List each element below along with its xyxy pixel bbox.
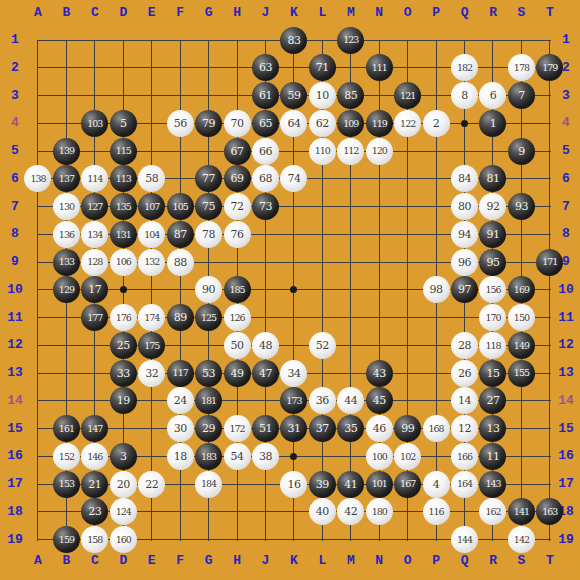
intersection-R15[interactable]: 13 <box>479 415 507 443</box>
intersection-A6[interactable]: 138 <box>24 165 52 193</box>
intersection-D7[interactable]: 135 <box>109 193 137 221</box>
intersection-B18[interactable] <box>52 498 80 526</box>
intersection-K2[interactable] <box>280 54 308 82</box>
intersection-B19[interactable]: 159 <box>52 526 80 554</box>
intersection-A14[interactable] <box>24 387 52 415</box>
intersection-K12[interactable] <box>280 331 308 359</box>
intersection-C1[interactable] <box>81 26 109 54</box>
intersection-Q13[interactable]: 26 <box>450 359 478 387</box>
intersection-G8[interactable]: 78 <box>194 220 222 248</box>
intersection-O6[interactable] <box>393 165 421 193</box>
intersection-M15[interactable]: 35 <box>337 415 365 443</box>
intersection-J1[interactable] <box>251 26 279 54</box>
intersection-O16[interactable]: 102 <box>393 442 421 470</box>
intersection-T8[interactable] <box>536 220 564 248</box>
intersection-O14[interactable] <box>393 387 421 415</box>
intersection-A7[interactable] <box>24 193 52 221</box>
intersection-Q3[interactable]: 8 <box>450 82 478 110</box>
intersection-D4[interactable]: 5 <box>109 109 137 137</box>
intersection-E3[interactable] <box>138 82 166 110</box>
intersection-L18[interactable]: 40 <box>308 498 336 526</box>
intersection-S5[interactable]: 9 <box>507 137 535 165</box>
intersection-R10[interactable]: 156 <box>479 276 507 304</box>
intersection-D13[interactable]: 33 <box>109 359 137 387</box>
intersection-D12[interactable]: 25 <box>109 331 137 359</box>
intersection-S13[interactable]: 155 <box>507 359 535 387</box>
intersection-G9[interactable] <box>194 248 222 276</box>
intersection-A1[interactable] <box>24 26 52 54</box>
intersection-F15[interactable]: 30 <box>166 415 194 443</box>
intersection-S17[interactable] <box>507 470 535 498</box>
intersection-Q10[interactable]: 97 <box>450 276 478 304</box>
intersection-N10[interactable] <box>365 276 393 304</box>
intersection-A8[interactable] <box>24 220 52 248</box>
intersection-A13[interactable] <box>24 359 52 387</box>
intersection-T2[interactable]: 179 <box>536 54 564 82</box>
intersection-L13[interactable] <box>308 359 336 387</box>
intersection-E19[interactable] <box>138 526 166 554</box>
intersection-M17[interactable]: 41 <box>337 470 365 498</box>
intersection-P8[interactable] <box>422 220 450 248</box>
intersection-H17[interactable] <box>223 470 251 498</box>
intersection-R5[interactable] <box>479 137 507 165</box>
intersection-J9[interactable] <box>251 248 279 276</box>
intersection-C7[interactable]: 127 <box>81 193 109 221</box>
intersection-M6[interactable] <box>337 165 365 193</box>
intersection-Q9[interactable]: 96 <box>450 248 478 276</box>
intersection-F9[interactable]: 88 <box>166 248 194 276</box>
intersection-D14[interactable]: 19 <box>109 387 137 415</box>
intersection-F14[interactable]: 24 <box>166 387 194 415</box>
intersection-B6[interactable]: 137 <box>52 165 80 193</box>
intersection-H6[interactable]: 69 <box>223 165 251 193</box>
intersection-L9[interactable] <box>308 248 336 276</box>
intersection-M11[interactable] <box>337 304 365 332</box>
intersection-G4[interactable]: 79 <box>194 109 222 137</box>
intersection-C18[interactable]: 23 <box>81 498 109 526</box>
intersection-T6[interactable] <box>536 165 564 193</box>
intersection-T11[interactable] <box>536 304 564 332</box>
intersection-F6[interactable] <box>166 165 194 193</box>
intersection-P14[interactable] <box>422 387 450 415</box>
intersection-G12[interactable] <box>194 331 222 359</box>
intersection-D2[interactable] <box>109 54 137 82</box>
intersection-N3[interactable] <box>365 82 393 110</box>
intersection-O5[interactable] <box>393 137 421 165</box>
intersection-S12[interactable]: 149 <box>507 331 535 359</box>
intersection-N6[interactable] <box>365 165 393 193</box>
intersection-A5[interactable] <box>24 137 52 165</box>
intersection-P11[interactable] <box>422 304 450 332</box>
intersection-B9[interactable]: 133 <box>52 248 80 276</box>
intersection-S14[interactable] <box>507 387 535 415</box>
intersection-N12[interactable] <box>365 331 393 359</box>
intersection-Q6[interactable]: 84 <box>450 165 478 193</box>
intersection-C4[interactable]: 103 <box>81 109 109 137</box>
intersection-L5[interactable]: 110 <box>308 137 336 165</box>
intersection-J15[interactable]: 51 <box>251 415 279 443</box>
intersection-B2[interactable] <box>52 54 80 82</box>
intersection-S9[interactable] <box>507 248 535 276</box>
intersection-Q1[interactable] <box>450 26 478 54</box>
intersection-D6[interactable]: 113 <box>109 165 137 193</box>
intersection-S4[interactable] <box>507 109 535 137</box>
intersection-F4[interactable]: 56 <box>166 109 194 137</box>
intersection-T3[interactable] <box>536 82 564 110</box>
intersection-N7[interactable] <box>365 193 393 221</box>
intersection-P17[interactable]: 4 <box>422 470 450 498</box>
intersection-S1[interactable] <box>507 26 535 54</box>
intersection-A4[interactable] <box>24 109 52 137</box>
intersection-K5[interactable] <box>280 137 308 165</box>
intersection-A17[interactable] <box>24 470 52 498</box>
intersection-S16[interactable] <box>507 442 535 470</box>
intersection-F2[interactable] <box>166 54 194 82</box>
intersection-Q15[interactable]: 12 <box>450 415 478 443</box>
intersection-H14[interactable] <box>223 387 251 415</box>
intersection-L7[interactable] <box>308 193 336 221</box>
intersection-R17[interactable]: 143 <box>479 470 507 498</box>
intersection-G19[interactable] <box>194 526 222 554</box>
intersection-P6[interactable] <box>422 165 450 193</box>
intersection-H5[interactable]: 67 <box>223 137 251 165</box>
intersection-P3[interactable] <box>422 82 450 110</box>
intersection-D11[interactable]: 176 <box>109 304 137 332</box>
intersection-J18[interactable] <box>251 498 279 526</box>
intersection-N15[interactable]: 46 <box>365 415 393 443</box>
intersection-N19[interactable] <box>365 526 393 554</box>
intersection-G17[interactable]: 184 <box>194 470 222 498</box>
intersection-F18[interactable] <box>166 498 194 526</box>
intersection-T12[interactable] <box>536 331 564 359</box>
intersection-M7[interactable] <box>337 193 365 221</box>
intersection-A16[interactable] <box>24 442 52 470</box>
intersection-J5[interactable]: 66 <box>251 137 279 165</box>
intersection-B17[interactable]: 153 <box>52 470 80 498</box>
intersection-M12[interactable] <box>337 331 365 359</box>
intersection-R3[interactable]: 6 <box>479 82 507 110</box>
intersection-D16[interactable]: 3 <box>109 442 137 470</box>
intersection-D3[interactable] <box>109 82 137 110</box>
intersection-G7[interactable]: 75 <box>194 193 222 221</box>
intersection-C11[interactable]: 177 <box>81 304 109 332</box>
intersection-A11[interactable] <box>24 304 52 332</box>
intersection-G11[interactable]: 125 <box>194 304 222 332</box>
intersection-C19[interactable]: 158 <box>81 526 109 554</box>
intersection-T7[interactable] <box>536 193 564 221</box>
intersection-K10[interactable] <box>280 276 308 304</box>
intersection-A19[interactable] <box>24 526 52 554</box>
intersection-J11[interactable] <box>251 304 279 332</box>
intersection-S15[interactable] <box>507 415 535 443</box>
intersection-P15[interactable]: 168 <box>422 415 450 443</box>
intersection-K6[interactable]: 74 <box>280 165 308 193</box>
intersection-D19[interactable]: 160 <box>109 526 137 554</box>
intersection-A9[interactable] <box>24 248 52 276</box>
intersection-H4[interactable]: 70 <box>223 109 251 137</box>
intersection-Q2[interactable]: 182 <box>450 54 478 82</box>
intersection-B15[interactable]: 161 <box>52 415 80 443</box>
intersection-K8[interactable] <box>280 220 308 248</box>
intersection-R11[interactable]: 170 <box>479 304 507 332</box>
intersection-O10[interactable] <box>393 276 421 304</box>
intersection-B7[interactable]: 130 <box>52 193 80 221</box>
intersection-S3[interactable]: 7 <box>507 82 535 110</box>
intersection-B5[interactable]: 139 <box>52 137 80 165</box>
intersection-P4[interactable]: 2 <box>422 109 450 137</box>
intersection-S10[interactable]: 169 <box>507 276 535 304</box>
intersection-H16[interactable]: 54 <box>223 442 251 470</box>
intersection-C8[interactable]: 134 <box>81 220 109 248</box>
intersection-M1[interactable]: 123 <box>337 26 365 54</box>
intersection-B14[interactable] <box>52 387 80 415</box>
intersection-B13[interactable] <box>52 359 80 387</box>
intersection-T17[interactable] <box>536 470 564 498</box>
intersection-S6[interactable] <box>507 165 535 193</box>
intersection-J2[interactable]: 63 <box>251 54 279 82</box>
intersection-H9[interactable] <box>223 248 251 276</box>
intersection-P9[interactable] <box>422 248 450 276</box>
intersection-H12[interactable]: 50 <box>223 331 251 359</box>
intersection-J8[interactable] <box>251 220 279 248</box>
intersection-C3[interactable] <box>81 82 109 110</box>
intersection-G16[interactable]: 183 <box>194 442 222 470</box>
intersection-F1[interactable] <box>166 26 194 54</box>
intersection-A10[interactable] <box>24 276 52 304</box>
intersection-G13[interactable]: 53 <box>194 359 222 387</box>
intersection-S8[interactable] <box>507 220 535 248</box>
intersection-B11[interactable] <box>52 304 80 332</box>
intersection-J7[interactable]: 73 <box>251 193 279 221</box>
intersection-B3[interactable] <box>52 82 80 110</box>
intersection-E4[interactable] <box>138 109 166 137</box>
intersection-O4[interactable]: 122 <box>393 109 421 137</box>
intersection-G3[interactable] <box>194 82 222 110</box>
intersection-M18[interactable]: 42 <box>337 498 365 526</box>
intersection-H1[interactable] <box>223 26 251 54</box>
intersection-R19[interactable] <box>479 526 507 554</box>
intersection-F19[interactable] <box>166 526 194 554</box>
intersection-C10[interactable]: 17 <box>81 276 109 304</box>
intersection-L3[interactable]: 10 <box>308 82 336 110</box>
intersection-D15[interactable] <box>109 415 137 443</box>
intersection-T10[interactable] <box>536 276 564 304</box>
intersection-E13[interactable]: 32 <box>138 359 166 387</box>
intersection-S7[interactable]: 93 <box>507 193 535 221</box>
intersection-J3[interactable]: 61 <box>251 82 279 110</box>
intersection-N17[interactable]: 101 <box>365 470 393 498</box>
intersection-E17[interactable]: 22 <box>138 470 166 498</box>
intersection-P10[interactable]: 98 <box>422 276 450 304</box>
intersection-K1[interactable]: 83 <box>280 26 308 54</box>
intersection-G5[interactable] <box>194 137 222 165</box>
intersection-G14[interactable]: 181 <box>194 387 222 415</box>
intersection-R8[interactable]: 91 <box>479 220 507 248</box>
intersection-T14[interactable] <box>536 387 564 415</box>
intersection-T16[interactable] <box>536 442 564 470</box>
intersection-F10[interactable] <box>166 276 194 304</box>
intersection-J17[interactable] <box>251 470 279 498</box>
intersection-O13[interactable] <box>393 359 421 387</box>
intersection-C13[interactable] <box>81 359 109 387</box>
intersection-Q7[interactable]: 80 <box>450 193 478 221</box>
intersection-H2[interactable] <box>223 54 251 82</box>
intersection-O18[interactable] <box>393 498 421 526</box>
intersection-D9[interactable]: 106 <box>109 248 137 276</box>
intersection-Q4[interactable] <box>450 109 478 137</box>
intersection-P19[interactable] <box>422 526 450 554</box>
intersection-G15[interactable]: 29 <box>194 415 222 443</box>
intersection-N9[interactable] <box>365 248 393 276</box>
intersection-E6[interactable]: 58 <box>138 165 166 193</box>
intersection-T5[interactable] <box>536 137 564 165</box>
intersection-C9[interactable]: 128 <box>81 248 109 276</box>
intersection-K16[interactable] <box>280 442 308 470</box>
intersection-R4[interactable]: 1 <box>479 109 507 137</box>
intersection-P12[interactable] <box>422 331 450 359</box>
intersection-N2[interactable]: 111 <box>365 54 393 82</box>
intersection-C14[interactable] <box>81 387 109 415</box>
intersection-R7[interactable]: 92 <box>479 193 507 221</box>
intersection-E9[interactable]: 132 <box>138 248 166 276</box>
intersection-P7[interactable] <box>422 193 450 221</box>
intersection-N4[interactable]: 119 <box>365 109 393 137</box>
intersection-A2[interactable] <box>24 54 52 82</box>
intersection-G10[interactable]: 90 <box>194 276 222 304</box>
intersection-R14[interactable]: 27 <box>479 387 507 415</box>
intersection-R12[interactable]: 118 <box>479 331 507 359</box>
intersection-M8[interactable] <box>337 220 365 248</box>
intersection-C15[interactable]: 147 <box>81 415 109 443</box>
intersection-F17[interactable] <box>166 470 194 498</box>
intersection-E8[interactable]: 104 <box>138 220 166 248</box>
intersection-M3[interactable]: 85 <box>337 82 365 110</box>
intersection-L6[interactable] <box>308 165 336 193</box>
intersection-D18[interactable]: 124 <box>109 498 137 526</box>
intersection-O12[interactable] <box>393 331 421 359</box>
intersection-O9[interactable] <box>393 248 421 276</box>
intersection-K17[interactable]: 16 <box>280 470 308 498</box>
intersection-G2[interactable] <box>194 54 222 82</box>
intersection-B1[interactable] <box>52 26 80 54</box>
intersection-N11[interactable] <box>365 304 393 332</box>
intersection-K7[interactable] <box>280 193 308 221</box>
intersection-B4[interactable] <box>52 109 80 137</box>
intersection-R16[interactable]: 11 <box>479 442 507 470</box>
intersection-J10[interactable] <box>251 276 279 304</box>
intersection-K19[interactable] <box>280 526 308 554</box>
intersection-E7[interactable]: 107 <box>138 193 166 221</box>
intersection-C16[interactable]: 146 <box>81 442 109 470</box>
intersection-C2[interactable] <box>81 54 109 82</box>
intersection-S2[interactable]: 178 <box>507 54 535 82</box>
intersection-O15[interactable]: 99 <box>393 415 421 443</box>
intersection-M2[interactable] <box>337 54 365 82</box>
intersection-E16[interactable] <box>138 442 166 470</box>
intersection-D8[interactable]: 131 <box>109 220 137 248</box>
intersection-G6[interactable]: 77 <box>194 165 222 193</box>
intersection-K9[interactable] <box>280 248 308 276</box>
intersection-F12[interactable] <box>166 331 194 359</box>
intersection-J12[interactable]: 48 <box>251 331 279 359</box>
intersection-H18[interactable] <box>223 498 251 526</box>
intersection-E11[interactable]: 174 <box>138 304 166 332</box>
intersection-L15[interactable]: 37 <box>308 415 336 443</box>
intersection-B12[interactable] <box>52 331 80 359</box>
intersection-P13[interactable] <box>422 359 450 387</box>
intersection-E1[interactable] <box>138 26 166 54</box>
intersection-H7[interactable]: 72 <box>223 193 251 221</box>
intersection-P16[interactable] <box>422 442 450 470</box>
intersection-T1[interactable] <box>536 26 564 54</box>
intersection-R6[interactable]: 81 <box>479 165 507 193</box>
intersection-M5[interactable]: 112 <box>337 137 365 165</box>
intersection-E18[interactable] <box>138 498 166 526</box>
intersection-L17[interactable]: 39 <box>308 470 336 498</box>
intersection-H15[interactable]: 172 <box>223 415 251 443</box>
intersection-T9[interactable]: 171 <box>536 248 564 276</box>
intersection-G1[interactable] <box>194 26 222 54</box>
intersection-D17[interactable]: 20 <box>109 470 137 498</box>
intersection-M16[interactable] <box>337 442 365 470</box>
intersection-J14[interactable] <box>251 387 279 415</box>
intersection-M9[interactable] <box>337 248 365 276</box>
intersection-P5[interactable] <box>422 137 450 165</box>
intersection-Q12[interactable]: 28 <box>450 331 478 359</box>
intersection-K18[interactable] <box>280 498 308 526</box>
intersection-A18[interactable] <box>24 498 52 526</box>
intersection-N16[interactable]: 100 <box>365 442 393 470</box>
intersection-T18[interactable]: 163 <box>536 498 564 526</box>
intersection-O11[interactable] <box>393 304 421 332</box>
intersection-N8[interactable] <box>365 220 393 248</box>
intersection-D1[interactable] <box>109 26 137 54</box>
intersection-T15[interactable] <box>536 415 564 443</box>
intersection-N1[interactable] <box>365 26 393 54</box>
intersection-D5[interactable]: 115 <box>109 137 137 165</box>
intersection-D10[interactable] <box>109 276 137 304</box>
intersection-L11[interactable] <box>308 304 336 332</box>
intersection-M14[interactable]: 44 <box>337 387 365 415</box>
intersection-H19[interactable] <box>223 526 251 554</box>
intersection-F13[interactable]: 117 <box>166 359 194 387</box>
intersection-K11[interactable] <box>280 304 308 332</box>
intersection-E5[interactable] <box>138 137 166 165</box>
intersection-J4[interactable]: 65 <box>251 109 279 137</box>
intersection-O19[interactable] <box>393 526 421 554</box>
intersection-C17[interactable]: 21 <box>81 470 109 498</box>
intersection-K3[interactable]: 59 <box>280 82 308 110</box>
intersection-M19[interactable] <box>337 526 365 554</box>
intersection-L14[interactable]: 36 <box>308 387 336 415</box>
intersection-J19[interactable] <box>251 526 279 554</box>
intersection-H8[interactable]: 76 <box>223 220 251 248</box>
intersection-A3[interactable] <box>24 82 52 110</box>
intersection-O1[interactable] <box>393 26 421 54</box>
intersection-F7[interactable]: 105 <box>166 193 194 221</box>
intersection-L1[interactable] <box>308 26 336 54</box>
intersection-Q18[interactable] <box>450 498 478 526</box>
intersection-F11[interactable]: 89 <box>166 304 194 332</box>
intersection-T19[interactable] <box>536 526 564 554</box>
intersection-B8[interactable]: 136 <box>52 220 80 248</box>
intersection-M13[interactable] <box>337 359 365 387</box>
intersection-B10[interactable]: 129 <box>52 276 80 304</box>
intersection-A15[interactable] <box>24 415 52 443</box>
intersection-O3[interactable]: 121 <box>393 82 421 110</box>
intersection-L8[interactable] <box>308 220 336 248</box>
intersection-R13[interactable]: 15 <box>479 359 507 387</box>
